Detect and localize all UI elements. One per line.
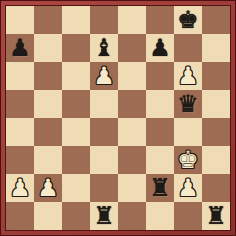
square-h5[interactable] (202, 90, 230, 118)
square-f1[interactable] (146, 202, 174, 230)
white-pawn[interactable]: ♟ (90, 62, 118, 90)
square-d3[interactable] (90, 146, 118, 174)
black-bishop[interactable]: ♝ (90, 34, 118, 62)
square-e3[interactable] (118, 146, 146, 174)
square-b4[interactable] (34, 118, 62, 146)
white-pawn[interactable]: ♟ (6, 174, 34, 202)
square-e6[interactable] (118, 62, 146, 90)
square-h2[interactable] (202, 174, 230, 202)
square-h1[interactable]: ♜ (202, 202, 230, 230)
square-d4[interactable] (90, 118, 118, 146)
chess-diagram: ♚♟♝♟♟♟♛♚♟♟♜♟♜♜ (0, 0, 236, 236)
square-a2[interactable]: ♟ (6, 174, 34, 202)
square-h6[interactable] (202, 62, 230, 90)
square-d2[interactable] (90, 174, 118, 202)
square-c5[interactable] (62, 90, 90, 118)
black-rook[interactable]: ♜ (146, 174, 174, 202)
square-d7[interactable]: ♝ (90, 34, 118, 62)
square-f4[interactable] (146, 118, 174, 146)
square-e7[interactable] (118, 34, 146, 62)
square-a4[interactable] (6, 118, 34, 146)
square-g4[interactable] (174, 118, 202, 146)
square-f2[interactable]: ♜ (146, 174, 174, 202)
square-b2[interactable]: ♟ (34, 174, 62, 202)
square-b6[interactable] (34, 62, 62, 90)
square-f8[interactable] (146, 6, 174, 34)
square-d6[interactable]: ♟ (90, 62, 118, 90)
white-pawn[interactable]: ♟ (34, 174, 62, 202)
square-e5[interactable] (118, 90, 146, 118)
square-a1[interactable] (6, 202, 34, 230)
square-f6[interactable] (146, 62, 174, 90)
black-king[interactable]: ♚ (174, 6, 202, 34)
square-a3[interactable] (6, 146, 34, 174)
black-pawn[interactable]: ♟ (6, 34, 34, 62)
square-g6[interactable]: ♟ (174, 62, 202, 90)
board-frame: ♚♟♝♟♟♟♛♚♟♟♜♟♜♜ (0, 0, 236, 236)
square-h8[interactable] (202, 6, 230, 34)
white-pawn[interactable]: ♟ (174, 62, 202, 90)
square-g1[interactable] (174, 202, 202, 230)
square-g5[interactable]: ♛ (174, 90, 202, 118)
square-d8[interactable] (90, 6, 118, 34)
square-h4[interactable] (202, 118, 230, 146)
square-c2[interactable] (62, 174, 90, 202)
square-g7[interactable] (174, 34, 202, 62)
black-queen[interactable]: ♛ (174, 90, 202, 118)
square-h3[interactable] (202, 146, 230, 174)
square-f7[interactable]: ♟ (146, 34, 174, 62)
square-c4[interactable] (62, 118, 90, 146)
square-g8[interactable]: ♚ (174, 6, 202, 34)
black-rook[interactable]: ♜ (202, 202, 230, 230)
square-a7[interactable]: ♟ (6, 34, 34, 62)
square-b5[interactable] (34, 90, 62, 118)
square-a6[interactable] (6, 62, 34, 90)
square-c7[interactable] (62, 34, 90, 62)
square-e1[interactable] (118, 202, 146, 230)
square-h7[interactable] (202, 34, 230, 62)
black-pawn[interactable]: ♟ (146, 34, 174, 62)
square-b7[interactable] (34, 34, 62, 62)
square-g3[interactable]: ♚ (174, 146, 202, 174)
square-b1[interactable] (34, 202, 62, 230)
square-f3[interactable] (146, 146, 174, 174)
chess-board: ♚♟♝♟♟♟♛♚♟♟♜♟♜♜ (5, 5, 231, 231)
square-g2[interactable]: ♟ (174, 174, 202, 202)
square-c1[interactable] (62, 202, 90, 230)
square-c3[interactable] (62, 146, 90, 174)
square-c8[interactable] (62, 6, 90, 34)
square-a8[interactable] (6, 6, 34, 34)
square-f5[interactable] (146, 90, 174, 118)
square-d1[interactable]: ♜ (90, 202, 118, 230)
square-a5[interactable] (6, 90, 34, 118)
square-e4[interactable] (118, 118, 146, 146)
square-e2[interactable] (118, 174, 146, 202)
black-rook[interactable]: ♜ (90, 202, 118, 230)
square-d5[interactable] (90, 90, 118, 118)
square-b8[interactable] (34, 6, 62, 34)
square-b3[interactable] (34, 146, 62, 174)
white-king[interactable]: ♚ (174, 146, 202, 174)
white-pawn[interactable]: ♟ (174, 174, 202, 202)
square-e8[interactable] (118, 6, 146, 34)
square-c6[interactable] (62, 62, 90, 90)
